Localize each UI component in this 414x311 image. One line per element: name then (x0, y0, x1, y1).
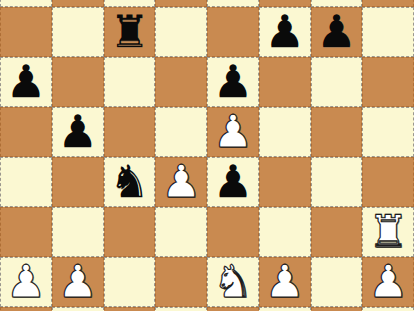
square-g2[interactable] (311, 257, 363, 307)
square-e4[interactable]: ♟ (207, 157, 259, 207)
square-g6[interactable] (311, 57, 363, 107)
piece-white-pawn-e5[interactable]: ♟ (213, 108, 253, 156)
square-b3[interactable] (52, 207, 104, 257)
square-h1[interactable] (362, 307, 414, 311)
square-a2[interactable]: ♟ (0, 257, 52, 307)
square-g5[interactable] (311, 107, 363, 157)
square-g4[interactable] (311, 157, 363, 207)
chess-board: ♜♜♟♟♟♟♟♟♞♟♟♜♟♟♞♟♟ (0, 0, 414, 311)
square-h6[interactable] (362, 57, 414, 107)
square-h8[interactable] (362, 0, 414, 7)
piece-black-pawn-e4[interactable]: ♟ (213, 158, 253, 206)
piece-black-pawn-e6[interactable]: ♟ (213, 58, 253, 106)
square-c2[interactable] (104, 257, 156, 307)
square-b7[interactable] (52, 7, 104, 57)
square-d8[interactable] (155, 0, 207, 7)
square-h5[interactable] (362, 107, 414, 157)
square-c1[interactable] (104, 307, 156, 311)
square-d1[interactable] (155, 307, 207, 311)
square-h3[interactable]: ♜ (362, 207, 414, 257)
square-e2[interactable]: ♞ (207, 257, 259, 307)
piece-white-pawn-a2[interactable]: ♟ (6, 258, 46, 306)
square-d6[interactable] (155, 57, 207, 107)
square-d4[interactable]: ♟ (155, 157, 207, 207)
square-f2[interactable]: ♟ (259, 257, 311, 307)
square-f6[interactable] (259, 57, 311, 107)
square-e5[interactable]: ♟ (207, 107, 259, 157)
square-c7[interactable]: ♜ (104, 7, 156, 57)
piece-white-pawn-b2[interactable]: ♟ (57, 258, 97, 306)
square-h2[interactable]: ♟ (362, 257, 414, 307)
square-g3[interactable] (311, 207, 363, 257)
square-h7[interactable] (362, 7, 414, 57)
square-f4[interactable] (259, 157, 311, 207)
piece-black-pawn-b5[interactable]: ♟ (57, 108, 97, 156)
square-a4[interactable] (0, 157, 52, 207)
piece-white-pawn-f2[interactable]: ♟ (264, 258, 304, 306)
square-c5[interactable] (104, 107, 156, 157)
square-e1[interactable] (207, 307, 259, 311)
square-c3[interactable] (104, 207, 156, 257)
piece-black-pawn-f7[interactable]: ♟ (264, 8, 304, 56)
piece-black-pawn-g7[interactable]: ♟ (316, 8, 356, 56)
square-f3[interactable] (259, 207, 311, 257)
square-g7[interactable]: ♟ (311, 7, 363, 57)
square-d2[interactable] (155, 257, 207, 307)
square-a6[interactable]: ♟ (0, 57, 52, 107)
square-b5[interactable]: ♟ (52, 107, 104, 157)
square-a5[interactable] (0, 107, 52, 157)
square-e8[interactable] (207, 0, 259, 7)
square-b8[interactable] (52, 0, 104, 7)
piece-black-knight-c4[interactable]: ♞ (109, 158, 149, 206)
piece-white-pawn-h2[interactable]: ♟ (368, 258, 408, 306)
square-e6[interactable]: ♟ (207, 57, 259, 107)
square-a1[interactable] (0, 307, 52, 311)
square-d5[interactable] (155, 107, 207, 157)
square-b4[interactable] (52, 157, 104, 207)
square-c6[interactable] (104, 57, 156, 107)
square-a8[interactable] (0, 0, 52, 7)
square-f1[interactable] (259, 307, 311, 311)
square-a7[interactable] (0, 7, 52, 57)
square-b6[interactable] (52, 57, 104, 107)
square-b1[interactable] (52, 307, 104, 311)
square-d7[interactable] (155, 7, 207, 57)
square-e3[interactable] (207, 207, 259, 257)
square-a3[interactable] (0, 207, 52, 257)
board-viewport: ♜♜♟♟♟♟♟♟♞♟♟♜♟♟♞♟♟ (0, 0, 414, 311)
square-b2[interactable]: ♟ (52, 257, 104, 307)
square-d3[interactable] (155, 207, 207, 257)
square-e7[interactable] (207, 7, 259, 57)
piece-white-knight-e2[interactable]: ♞ (213, 258, 253, 306)
piece-white-pawn-d4[interactable]: ♟ (161, 158, 201, 206)
square-f7[interactable]: ♟ (259, 7, 311, 57)
piece-white-rook-h3[interactable]: ♜ (368, 208, 408, 256)
square-f5[interactable] (259, 107, 311, 157)
square-h4[interactable] (362, 157, 414, 207)
piece-black-rook-c7[interactable]: ♜ (109, 8, 149, 56)
square-g1[interactable] (311, 307, 363, 311)
square-c4[interactable]: ♞ (104, 157, 156, 207)
piece-black-pawn-a6[interactable]: ♟ (6, 58, 46, 106)
